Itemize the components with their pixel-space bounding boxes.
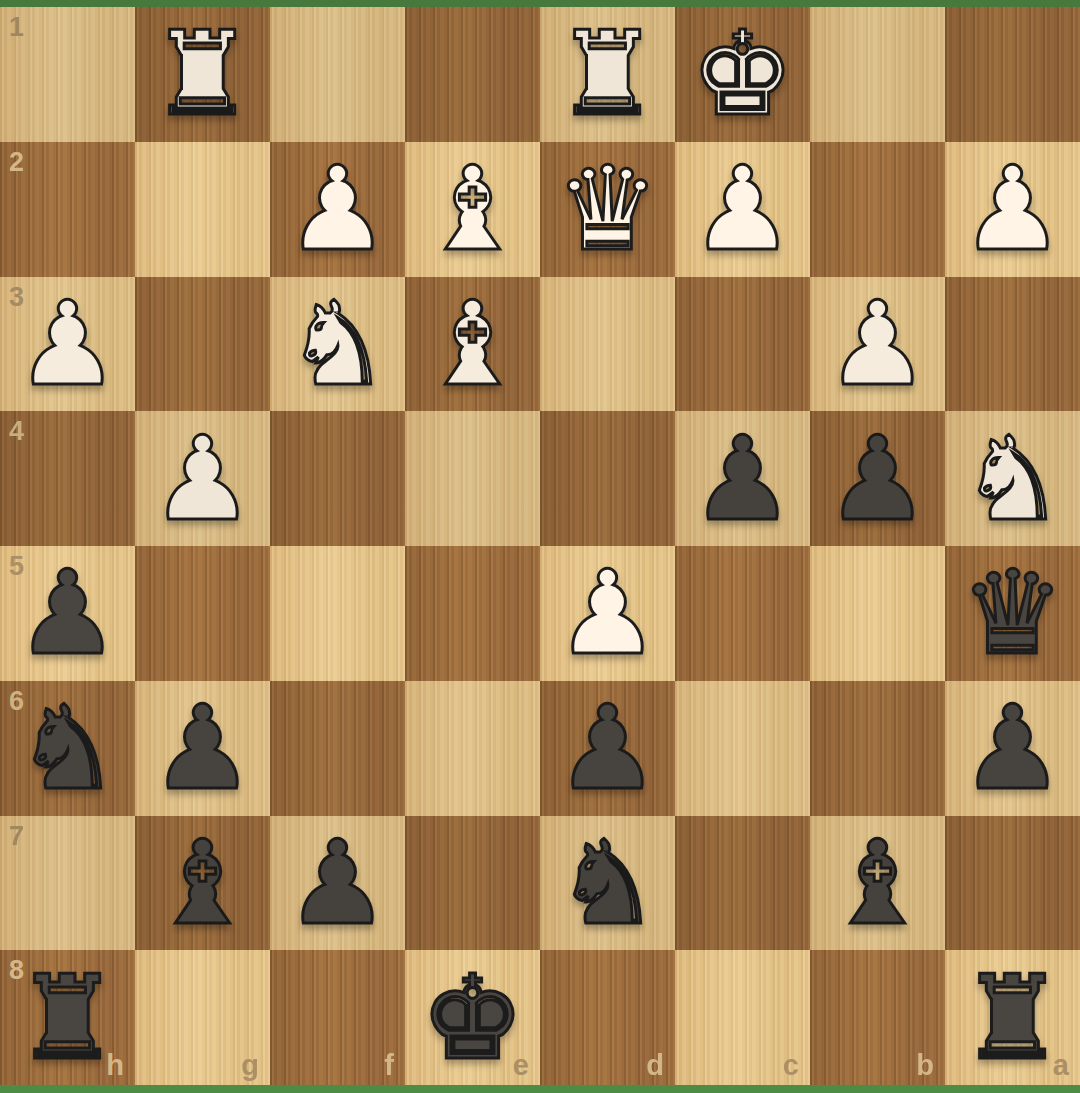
square-e5[interactable]: [405, 546, 540, 681]
piece-black-pawn[interactable]: ♟: [556, 690, 660, 806]
square-g2[interactable]: [135, 142, 270, 277]
square-h3[interactable]: 3♟: [0, 277, 135, 412]
piece-black-pawn[interactable]: ♟: [961, 690, 1065, 806]
square-a7[interactable]: [945, 816, 1080, 951]
piece-black-knight[interactable]: ♞: [16, 690, 120, 806]
piece-black-bishop[interactable]: ♝: [826, 825, 930, 941]
square-b1[interactable]: [810, 7, 945, 142]
piece-black-queen[interactable]: ♛: [961, 555, 1065, 671]
square-b2[interactable]: [810, 142, 945, 277]
square-c4[interactable]: ♟: [675, 411, 810, 546]
square-a5[interactable]: ♛: [945, 546, 1080, 681]
square-f3[interactable]: ♞: [270, 277, 405, 412]
square-d8[interactable]: d: [540, 950, 675, 1085]
file-label-c: c: [783, 1049, 799, 1082]
square-f6[interactable]: [270, 681, 405, 816]
piece-black-pawn[interactable]: ♟: [286, 825, 390, 941]
square-f4[interactable]: [270, 411, 405, 546]
piece-white-bishop[interactable]: ♝: [421, 286, 525, 402]
square-g1[interactable]: ♜: [135, 7, 270, 142]
square-e1[interactable]: [405, 7, 540, 142]
square-b8[interactable]: b: [810, 950, 945, 1085]
square-b6[interactable]: [810, 681, 945, 816]
piece-white-rook[interactable]: ♜: [151, 16, 255, 132]
square-c7[interactable]: [675, 816, 810, 951]
piece-white-pawn[interactable]: ♟: [691, 151, 795, 267]
piece-white-knight[interactable]: ♞: [286, 286, 390, 402]
piece-white-pawn[interactable]: ♟: [961, 151, 1065, 267]
square-h2[interactable]: 2: [0, 142, 135, 277]
square-d7[interactable]: ♞: [540, 816, 675, 951]
square-c6[interactable]: [675, 681, 810, 816]
square-d4[interactable]: [540, 411, 675, 546]
piece-black-bishop[interactable]: ♝: [151, 825, 255, 941]
piece-white-pawn[interactable]: ♟: [826, 286, 930, 402]
square-c8[interactable]: c: [675, 950, 810, 1085]
square-f8[interactable]: f: [270, 950, 405, 1085]
square-h1[interactable]: 1: [0, 7, 135, 142]
square-e2[interactable]: ♝: [405, 142, 540, 277]
square-g8[interactable]: g: [135, 950, 270, 1085]
piece-white-pawn[interactable]: ♟: [556, 555, 660, 671]
square-e6[interactable]: [405, 681, 540, 816]
piece-black-pawn[interactable]: ♟: [16, 555, 120, 671]
piece-white-pawn[interactable]: ♟: [16, 286, 120, 402]
piece-black-pawn[interactable]: ♟: [691, 421, 795, 537]
square-c2[interactable]: ♟: [675, 142, 810, 277]
file-label-g: g: [241, 1049, 259, 1082]
square-h5[interactable]: 5♟: [0, 546, 135, 681]
square-a1[interactable]: [945, 7, 1080, 142]
piece-white-king[interactable]: ♚: [691, 16, 795, 132]
rank-label-7: 7: [9, 821, 24, 852]
square-g5[interactable]: [135, 546, 270, 681]
file-label-d: d: [646, 1049, 664, 1082]
piece-white-pawn[interactable]: ♟: [151, 421, 255, 537]
square-a3[interactable]: [945, 277, 1080, 412]
square-g6[interactable]: ♟: [135, 681, 270, 816]
piece-white-queen[interactable]: ♛: [556, 151, 660, 267]
piece-black-pawn[interactable]: ♟: [151, 690, 255, 806]
square-d2[interactable]: ♛: [540, 142, 675, 277]
square-b4[interactable]: ♟: [810, 411, 945, 546]
square-a4[interactable]: ♞: [945, 411, 1080, 546]
square-h4[interactable]: 4: [0, 411, 135, 546]
square-a8[interactable]: a♜: [945, 950, 1080, 1085]
square-a6[interactable]: ♟: [945, 681, 1080, 816]
square-f1[interactable]: [270, 7, 405, 142]
piece-black-rook[interactable]: ♜: [16, 960, 120, 1076]
square-f7[interactable]: ♟: [270, 816, 405, 951]
rank-label-1: 1: [9, 12, 24, 43]
piece-white-knight[interactable]: ♞: [961, 421, 1065, 537]
square-d5[interactable]: ♟: [540, 546, 675, 681]
piece-black-king[interactable]: ♚: [421, 960, 525, 1076]
square-d3[interactable]: [540, 277, 675, 412]
file-label-f: f: [384, 1049, 394, 1082]
square-c3[interactable]: [675, 277, 810, 412]
square-e7[interactable]: [405, 816, 540, 951]
square-b5[interactable]: [810, 546, 945, 681]
square-e4[interactable]: [405, 411, 540, 546]
square-h6[interactable]: 6♞: [0, 681, 135, 816]
square-b7[interactable]: ♝: [810, 816, 945, 951]
square-g3[interactable]: [135, 277, 270, 412]
square-d6[interactable]: ♟: [540, 681, 675, 816]
square-e8[interactable]: e♚: [405, 950, 540, 1085]
chess-board: 1♜♜♚2♟♝♛♟♟3♟♞♝♟4♟♟♟♞5♟♟♛6♞♟♟♟7♝♟♞♝8h♜gfe…: [0, 7, 1080, 1085]
piece-white-rook[interactable]: ♜: [556, 16, 660, 132]
piece-black-knight[interactable]: ♞: [556, 825, 660, 941]
square-c5[interactable]: [675, 546, 810, 681]
piece-white-pawn[interactable]: ♟: [286, 151, 390, 267]
square-h7[interactable]: 7: [0, 816, 135, 951]
piece-black-rook[interactable]: ♜: [961, 960, 1065, 1076]
piece-black-pawn[interactable]: ♟: [826, 421, 930, 537]
square-c1[interactable]: ♚: [675, 7, 810, 142]
square-f2[interactable]: ♟: [270, 142, 405, 277]
square-g4[interactable]: ♟: [135, 411, 270, 546]
square-h8[interactable]: 8h♜: [0, 950, 135, 1085]
piece-white-bishop[interactable]: ♝: [421, 151, 525, 267]
square-f5[interactable]: [270, 546, 405, 681]
square-g7[interactable]: ♝: [135, 816, 270, 951]
square-d1[interactable]: ♜: [540, 7, 675, 142]
square-b3[interactable]: ♟: [810, 277, 945, 412]
square-a2[interactable]: ♟: [945, 142, 1080, 277]
rank-label-4: 4: [9, 416, 24, 447]
rank-label-2: 2: [9, 147, 24, 178]
file-label-b: b: [916, 1049, 934, 1082]
board-frame-bottom: [0, 1085, 1080, 1093]
square-e3[interactable]: ♝: [405, 277, 540, 412]
